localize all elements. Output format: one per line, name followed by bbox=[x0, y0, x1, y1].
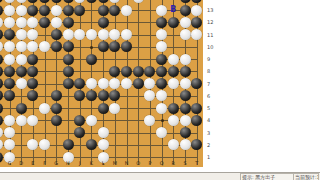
stone-black bbox=[191, 139, 202, 150]
stone-black bbox=[16, 103, 27, 114]
stone-black bbox=[191, 103, 202, 114]
stone-white bbox=[168, 54, 179, 65]
stone-white bbox=[16, 29, 27, 40]
stone-black bbox=[74, 90, 85, 101]
column-label: P bbox=[145, 160, 154, 166]
stone-white bbox=[180, 29, 191, 40]
column-label: K bbox=[87, 160, 96, 166]
stone-black bbox=[39, 17, 50, 28]
stone-black bbox=[51, 41, 62, 52]
stone-black bbox=[0, 90, 3, 101]
stone-black bbox=[156, 78, 167, 89]
stone-black bbox=[74, 115, 85, 126]
stone-black bbox=[27, 78, 38, 89]
stone-black bbox=[109, 5, 120, 16]
stone-white bbox=[4, 17, 15, 28]
stone-black bbox=[74, 78, 85, 89]
stone-black bbox=[168, 66, 179, 77]
stone-white bbox=[109, 78, 120, 89]
column-label: Q bbox=[157, 160, 166, 166]
row-label: 8 bbox=[207, 68, 219, 74]
stone-white bbox=[0, 139, 3, 150]
stone-black bbox=[191, 0, 202, 3]
stone-white bbox=[16, 54, 27, 65]
row-label: 13 bbox=[207, 7, 219, 13]
stone-white bbox=[180, 54, 191, 65]
stone-white bbox=[156, 29, 167, 40]
stone-black bbox=[86, 54, 97, 65]
column-label: J bbox=[75, 160, 84, 166]
stone-white bbox=[4, 0, 15, 3]
row-label: 3 bbox=[207, 130, 219, 136]
stone-black bbox=[63, 66, 74, 77]
stone-black bbox=[180, 66, 191, 77]
stone-black bbox=[180, 5, 191, 16]
stone-white bbox=[86, 115, 97, 126]
stone-black bbox=[180, 90, 191, 101]
stone-black bbox=[121, 66, 132, 77]
stone-white bbox=[4, 5, 15, 16]
stone-black bbox=[74, 127, 85, 138]
stone-black bbox=[63, 139, 74, 150]
stone-white bbox=[86, 78, 97, 89]
stone-black bbox=[0, 0, 3, 3]
column-label: L bbox=[99, 160, 108, 166]
stone-black bbox=[27, 54, 38, 65]
stone-white bbox=[156, 103, 167, 114]
stone-white bbox=[16, 115, 27, 126]
stone-white bbox=[180, 115, 191, 126]
stone-black bbox=[27, 0, 38, 3]
stone-black bbox=[109, 66, 120, 77]
column-label: G bbox=[52, 160, 61, 166]
stone-white bbox=[0, 41, 3, 52]
stone-white bbox=[121, 5, 132, 16]
stone-black bbox=[63, 0, 74, 3]
stone-black bbox=[109, 90, 120, 101]
stone-black bbox=[0, 29, 3, 40]
stone-black bbox=[156, 54, 167, 65]
stone-black bbox=[86, 90, 97, 101]
stone-white bbox=[98, 139, 109, 150]
column-label: S bbox=[181, 160, 190, 166]
stone-black bbox=[63, 17, 74, 28]
stone-black bbox=[39, 5, 50, 16]
stone-black bbox=[0, 115, 3, 126]
stone-white bbox=[39, 41, 50, 52]
column-label: F bbox=[40, 160, 49, 166]
row-label: 9 bbox=[207, 56, 219, 62]
stone-black bbox=[27, 66, 38, 77]
row-label: 10 bbox=[207, 44, 219, 50]
stone-black bbox=[86, 139, 97, 150]
row-label: 5 bbox=[207, 105, 219, 111]
stone-white bbox=[144, 90, 155, 101]
stone-white bbox=[168, 115, 179, 126]
stone-black bbox=[191, 115, 202, 126]
stone-white bbox=[121, 29, 132, 40]
row-label: 1 bbox=[207, 154, 219, 160]
stone-black bbox=[191, 78, 202, 89]
stone-white bbox=[156, 90, 167, 101]
stone-white bbox=[156, 127, 167, 138]
stone-black bbox=[168, 103, 179, 114]
stone-black bbox=[63, 78, 74, 89]
row-label-gutter: 13121110987654321 bbox=[204, 0, 220, 167]
stone-black bbox=[0, 5, 3, 16]
stone-white bbox=[74, 0, 85, 3]
status-bar: 提示: 黑方出子 当前预计:1.2秒 bbox=[0, 172, 320, 180]
stone-white bbox=[27, 29, 38, 40]
stone-black bbox=[63, 54, 74, 65]
stone-black bbox=[98, 41, 109, 52]
stone-black bbox=[51, 90, 62, 101]
stone-white bbox=[156, 41, 167, 52]
stone-black bbox=[63, 5, 74, 16]
stone-white bbox=[4, 41, 15, 52]
stone-black bbox=[98, 103, 109, 114]
stone-white bbox=[27, 17, 38, 28]
stone-black bbox=[4, 29, 15, 40]
row-label: 6 bbox=[207, 93, 219, 99]
stone-white bbox=[16, 41, 27, 52]
column-label: D bbox=[17, 160, 26, 166]
stone-white bbox=[27, 115, 38, 126]
stone-black bbox=[51, 103, 62, 114]
stone-black bbox=[156, 17, 167, 28]
stone-white bbox=[39, 139, 50, 150]
column-label: H bbox=[64, 160, 73, 166]
stone-black bbox=[74, 5, 85, 16]
stone-white bbox=[191, 29, 202, 40]
stone-white bbox=[98, 78, 109, 89]
go-board[interactable]: BCDEFGHJKLMNOPQRST bbox=[0, 0, 203, 167]
stone-black bbox=[98, 5, 109, 16]
stone-black bbox=[27, 5, 38, 16]
stone-black bbox=[121, 41, 132, 52]
stone-white bbox=[121, 78, 132, 89]
stone-white bbox=[109, 0, 120, 3]
stone-black bbox=[51, 0, 62, 3]
column-label: R bbox=[169, 160, 178, 166]
stone-black bbox=[180, 127, 191, 138]
row-label: 4 bbox=[207, 117, 219, 123]
stone-black bbox=[191, 17, 202, 28]
stone-black bbox=[98, 17, 109, 28]
stone-white bbox=[191, 5, 202, 16]
stone-white bbox=[51, 17, 62, 28]
stone-black bbox=[180, 0, 191, 3]
column-label: M bbox=[110, 160, 119, 166]
stone-white bbox=[98, 127, 109, 138]
stone-black bbox=[156, 66, 167, 77]
stone-white bbox=[180, 17, 191, 28]
stone-black bbox=[16, 66, 27, 77]
stone-black bbox=[51, 115, 62, 126]
star-point bbox=[161, 119, 164, 122]
stone-white bbox=[168, 139, 179, 150]
stone-black bbox=[180, 103, 191, 114]
stone-black bbox=[0, 152, 3, 163]
stone-black bbox=[86, 0, 97, 3]
status-segment-turn: 提示: 黑方出子 bbox=[240, 173, 294, 180]
stone-white bbox=[133, 0, 144, 3]
stone-white bbox=[16, 0, 27, 3]
stone-white bbox=[16, 78, 27, 89]
stone-white bbox=[180, 139, 191, 150]
column-label: T bbox=[192, 160, 201, 166]
row-label: 11 bbox=[207, 32, 219, 38]
star-point bbox=[90, 46, 93, 49]
stone-white bbox=[168, 78, 179, 89]
stone-black bbox=[51, 29, 62, 40]
column-label: N bbox=[122, 160, 131, 166]
stone-white bbox=[0, 17, 3, 28]
row-label: 7 bbox=[207, 81, 219, 87]
stone-white bbox=[27, 139, 38, 150]
stone-black bbox=[27, 90, 38, 101]
stone-white bbox=[0, 127, 3, 138]
stone-black bbox=[0, 66, 3, 77]
stone-black bbox=[133, 66, 144, 77]
stone-white bbox=[16, 17, 27, 28]
stone-black bbox=[63, 41, 74, 52]
stone-white bbox=[74, 29, 85, 40]
stone-white bbox=[51, 5, 62, 16]
app-window: BCDEFGHJKLMNOPQRST 13121110987654321 提示:… bbox=[0, 0, 320, 180]
stone-black bbox=[0, 54, 3, 65]
stone-black bbox=[109, 41, 120, 52]
column-label: E bbox=[28, 160, 37, 166]
stone-white bbox=[144, 78, 155, 89]
stone-black bbox=[0, 78, 3, 89]
stone-black bbox=[168, 17, 179, 28]
stone-white bbox=[39, 103, 50, 114]
stone-white bbox=[180, 78, 191, 89]
status-segment-info: 当前预计:1.2秒 bbox=[293, 173, 319, 180]
stone-black bbox=[4, 66, 15, 77]
row-label: 2 bbox=[207, 142, 219, 148]
column-label: C bbox=[5, 160, 14, 166]
stone-black bbox=[0, 103, 3, 114]
column-label: O bbox=[134, 160, 143, 166]
stone-white bbox=[4, 139, 15, 150]
stone-black bbox=[98, 0, 109, 3]
stone-white bbox=[98, 29, 109, 40]
stone-black bbox=[39, 0, 50, 3]
row-label: 12 bbox=[207, 19, 219, 25]
stone-white bbox=[4, 54, 15, 65]
stone-white bbox=[63, 29, 74, 40]
stone-white bbox=[156, 5, 167, 16]
stone-black bbox=[4, 78, 15, 89]
stone-white bbox=[4, 115, 15, 126]
stone-white bbox=[86, 29, 97, 40]
move-label: B bbox=[170, 6, 176, 14]
stone-white bbox=[109, 29, 120, 40]
stone-white bbox=[109, 103, 120, 114]
stone-black bbox=[4, 90, 15, 101]
stone-black bbox=[144, 66, 155, 77]
stone-black bbox=[98, 90, 109, 101]
stone-white bbox=[16, 5, 27, 16]
stone-white bbox=[144, 115, 155, 126]
stone-black bbox=[133, 78, 144, 89]
stone-white bbox=[4, 127, 15, 138]
stone-white bbox=[27, 41, 38, 52]
